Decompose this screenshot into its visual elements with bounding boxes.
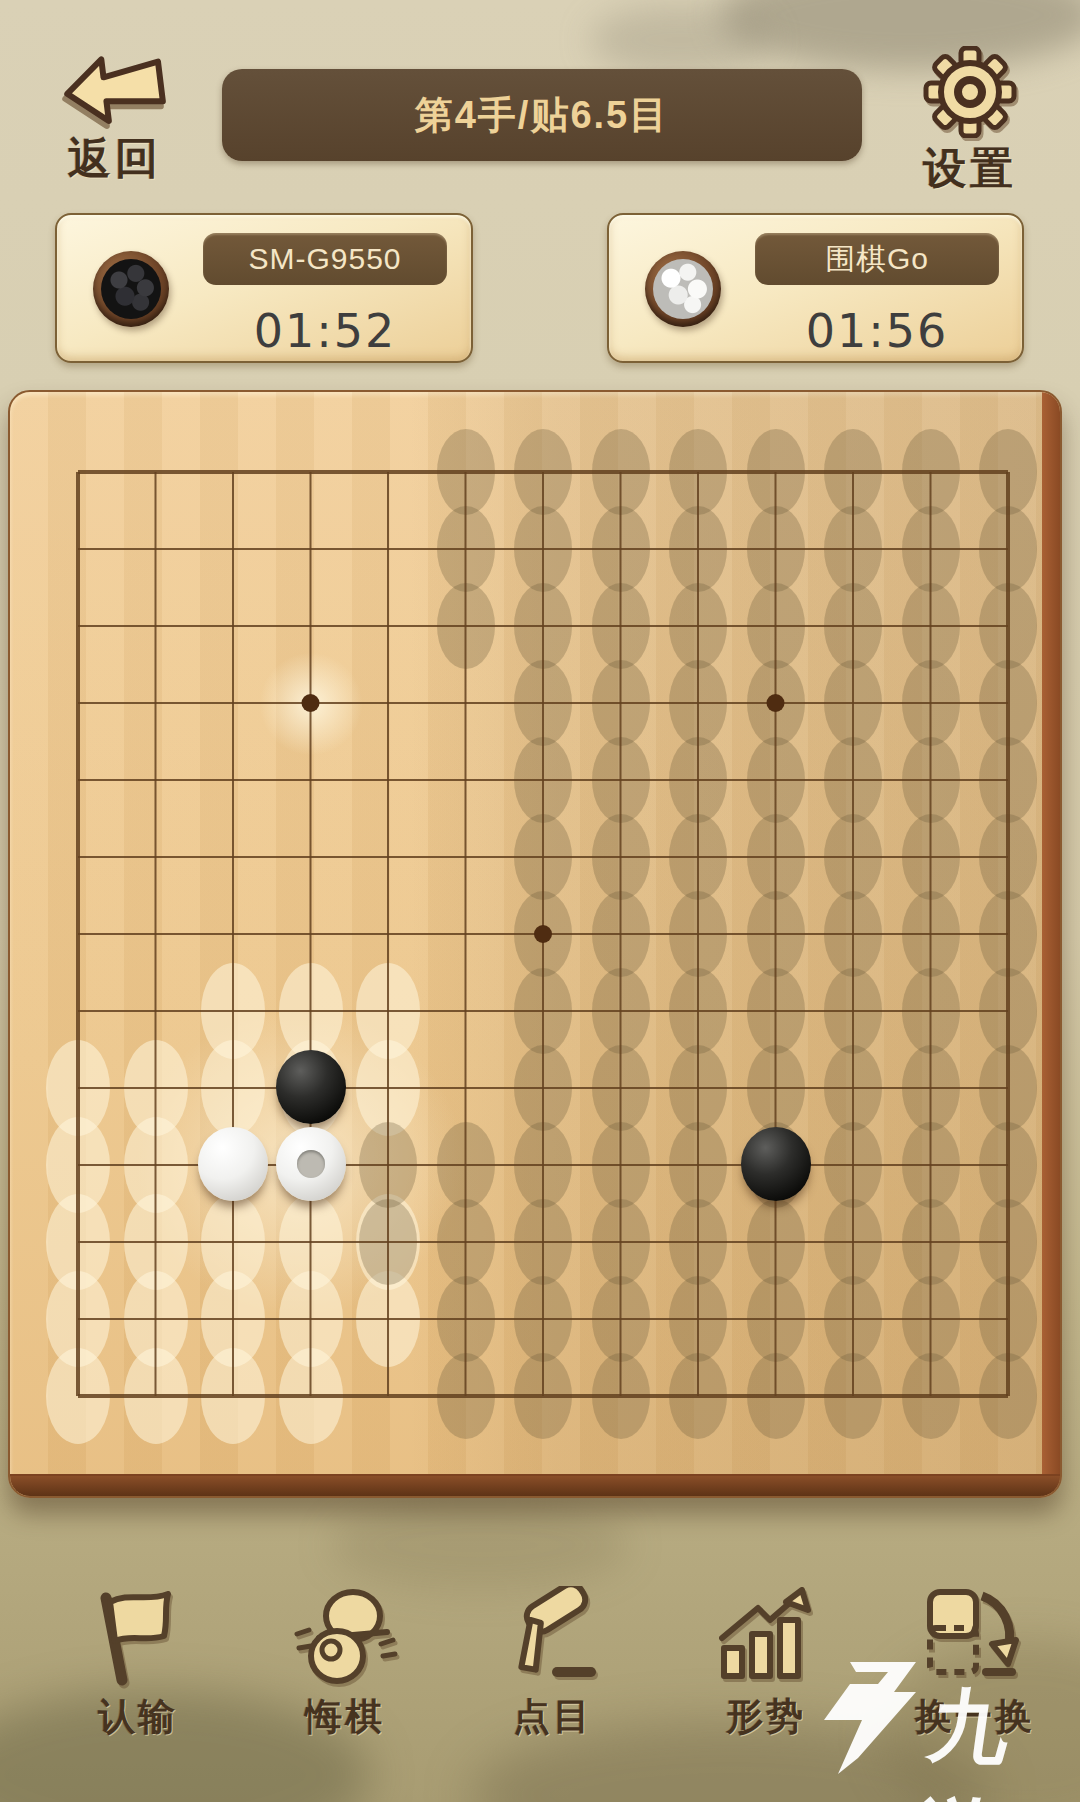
swap-board-icon xyxy=(920,1586,1030,1686)
player-panel-white: 围棋Go 01:56 xyxy=(607,213,1024,363)
black-name-plate: SM-G9550 xyxy=(203,233,447,285)
back-arrow-icon xyxy=(63,52,167,126)
count-button[interactable]: 点目 xyxy=(458,1586,648,1742)
black-stone xyxy=(741,1127,811,1201)
white-timer: 01:56 xyxy=(755,303,999,359)
star-point xyxy=(767,694,785,712)
board-bottom-edge xyxy=(10,1474,1060,1496)
app-screen: 返回 第4手/贴6.5目 设置 xyxy=(0,0,1080,1802)
settings-label: 设置 xyxy=(905,140,1035,198)
resign-flag-icon xyxy=(84,1586,192,1686)
count-gavel-icon xyxy=(499,1586,607,1686)
swap-label: 换一换 xyxy=(880,1692,1070,1742)
undo-label: 悔棋 xyxy=(250,1692,440,1742)
analysis-button[interactable]: 形势 xyxy=(671,1586,861,1742)
last-move-marker xyxy=(297,1150,325,1178)
gear-icon xyxy=(922,46,1018,138)
go-board[interactable] xyxy=(8,390,1062,1498)
black-player-name: SM-G9550 xyxy=(248,242,401,276)
black-stones-bowl xyxy=(93,251,169,327)
count-label: 点目 xyxy=(458,1692,648,1742)
white-stone xyxy=(198,1127,268,1201)
resign-button[interactable]: 认输 xyxy=(43,1586,233,1742)
back-label: 返回 xyxy=(50,130,180,188)
analysis-chart-icon xyxy=(712,1586,820,1686)
white-name-plate: 围棋Go xyxy=(755,233,999,285)
ink-mountain xyxy=(330,1500,630,1590)
black-stone xyxy=(276,1050,346,1124)
white-stones-bowl xyxy=(645,251,721,327)
star-point xyxy=(302,694,320,712)
white-stones xyxy=(653,259,713,319)
swap-button[interactable]: 换一换 xyxy=(880,1586,1070,1742)
move-info-bar: 第4手/贴6.5目 xyxy=(222,69,862,161)
white-player-name: 围棋Go xyxy=(825,239,929,280)
back-button[interactable]: 返回 xyxy=(50,52,180,188)
player-panel-black: SM-G9550 01:52 xyxy=(55,213,473,363)
settings-button[interactable]: 设置 xyxy=(905,46,1035,198)
undo-button[interactable]: 悔棋 xyxy=(250,1586,440,1742)
white-stone xyxy=(276,1127,346,1201)
resign-label: 认输 xyxy=(43,1692,233,1742)
star-point xyxy=(534,925,552,943)
analysis-label: 形势 xyxy=(671,1692,861,1742)
black-stones xyxy=(101,259,161,319)
board-side-edge xyxy=(1042,392,1060,1496)
black-timer: 01:52 xyxy=(203,303,447,359)
board-grid xyxy=(10,392,1062,1498)
undo-stones-icon xyxy=(289,1586,401,1686)
move-info-text: 第4手/贴6.5目 xyxy=(415,90,670,141)
ink-cloud xyxy=(590,5,770,75)
